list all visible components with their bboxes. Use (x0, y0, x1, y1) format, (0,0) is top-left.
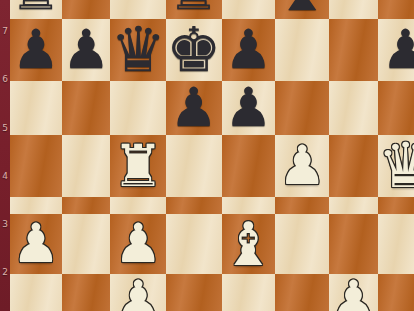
square-h6[interactable] (378, 81, 414, 135)
square-a8[interactable]: ♜ (10, 0, 62, 19)
black-pawn-e7[interactable]: ♟ (224, 23, 272, 77)
square-b5[interactable] (62, 135, 110, 197)
black-king-d7[interactable]: ♚ (166, 19, 222, 81)
square-c5[interactable]: ♜ (110, 135, 166, 197)
square-e2[interactable] (222, 274, 276, 311)
white-pawn-g2[interactable]: ♟ (329, 274, 377, 311)
square-c2[interactable]: ♟ (110, 274, 166, 311)
square-h7[interactable]: ♟ (378, 19, 414, 81)
square-f4[interactable] (275, 197, 329, 214)
chess-board-screenshot: ♜♜♝♟♟♛♚♟♟♟♟♜♟♛♟♟♝♟♟ 87654321 (0, 0, 414, 311)
black-pawn-h7[interactable]: ♟ (381, 23, 414, 77)
square-g3[interactable] (329, 214, 377, 274)
rank-label-4: 4 (0, 171, 10, 181)
square-f5[interactable]: ♟ (275, 135, 329, 197)
square-b8[interactable] (62, 0, 110, 19)
black-rook-a8[interactable]: ♜ (10, 0, 62, 18)
white-pawn-a3[interactable]: ♟ (12, 217, 60, 271)
square-e8[interactable] (222, 0, 276, 19)
rank-labels-column: 87654321 (0, 0, 10, 311)
square-a3[interactable]: ♟ (10, 214, 62, 274)
square-a7[interactable]: ♟ (10, 19, 62, 81)
square-a2[interactable] (10, 274, 62, 311)
square-e7[interactable]: ♟ (222, 19, 276, 81)
square-g4[interactable] (329, 197, 377, 214)
square-c7[interactable]: ♛ (110, 19, 166, 81)
chess-board: ♜♜♝♟♟♛♚♟♟♟♟♜♟♛♟♟♝♟♟ (10, 0, 407, 311)
square-h5[interactable]: ♛ (378, 135, 414, 197)
black-bishop-f8[interactable]: ♝ (275, 0, 329, 19)
black-pawn-d6[interactable]: ♟ (170, 81, 218, 135)
square-e3[interactable]: ♝ (222, 214, 276, 274)
square-d6[interactable]: ♟ (166, 81, 222, 135)
square-h2[interactable] (378, 274, 414, 311)
square-h3[interactable] (378, 214, 414, 274)
square-c6[interactable] (110, 81, 166, 135)
black-pawn-a7[interactable]: ♟ (12, 23, 60, 77)
square-f6[interactable] (275, 81, 329, 135)
black-pawn-b7[interactable]: ♟ (62, 23, 110, 77)
square-f8[interactable]: ♝ (275, 0, 329, 19)
white-queen-h5[interactable]: ♛ (378, 135, 414, 197)
square-b2[interactable] (62, 274, 110, 311)
square-b6[interactable] (62, 81, 110, 135)
white-bishop-e3[interactable]: ♝ (222, 214, 276, 274)
rank-label-6: 6 (0, 74, 10, 84)
square-g2[interactable]: ♟ (329, 274, 377, 311)
rank-label-5: 5 (0, 123, 10, 133)
white-pawn-c2[interactable]: ♟ (114, 274, 162, 311)
square-d5[interactable] (166, 135, 222, 197)
square-e6[interactable]: ♟ (222, 81, 276, 135)
black-pawn-e6[interactable]: ♟ (224, 81, 272, 135)
black-queen-c7[interactable]: ♛ (110, 19, 166, 81)
square-a6[interactable] (10, 81, 62, 135)
rank-label-3: 3 (0, 219, 10, 229)
square-d4[interactable] (166, 197, 222, 214)
square-d3[interactable] (166, 214, 222, 274)
square-b3[interactable] (62, 214, 110, 274)
square-e5[interactable] (222, 135, 276, 197)
white-pawn-c3[interactable]: ♟ (114, 217, 162, 271)
rank-label-2: 2 (0, 267, 10, 277)
square-a5[interactable] (10, 135, 62, 197)
square-f2[interactable] (275, 274, 329, 311)
white-pawn-f5[interactable]: ♟ (278, 139, 326, 193)
square-g5[interactable] (329, 135, 377, 197)
square-g6[interactable] (329, 81, 377, 135)
square-b7[interactable]: ♟ (62, 19, 110, 81)
square-h8[interactable] (378, 0, 414, 19)
square-d2[interactable] (166, 274, 222, 311)
square-f7[interactable] (275, 19, 329, 81)
rank-label-7: 7 (0, 26, 10, 36)
square-g8[interactable] (329, 0, 377, 19)
square-g7[interactable] (329, 19, 377, 81)
square-b4[interactable] (62, 197, 110, 214)
square-c3[interactable]: ♟ (110, 214, 166, 274)
square-d7[interactable]: ♚ (166, 19, 222, 81)
white-rook-c5[interactable]: ♜ (112, 137, 164, 195)
square-f3[interactable] (275, 214, 329, 274)
